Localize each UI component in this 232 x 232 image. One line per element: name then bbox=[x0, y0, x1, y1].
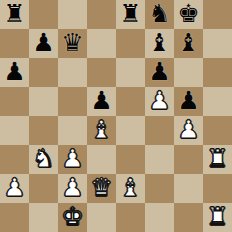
square-a1[interactable] bbox=[0, 203, 29, 232]
square-c6[interactable] bbox=[58, 58, 87, 87]
square-a5[interactable] bbox=[0, 87, 29, 116]
square-g6[interactable] bbox=[174, 58, 203, 87]
square-g8[interactable]: ♚ bbox=[174, 0, 203, 29]
square-d8[interactable] bbox=[87, 0, 116, 29]
black-king[interactable]: ♚ bbox=[177, 0, 199, 28]
square-c8[interactable] bbox=[58, 0, 87, 29]
square-h1[interactable]: ♜ bbox=[203, 203, 232, 232]
square-c3[interactable]: ♟ bbox=[58, 145, 87, 174]
square-f2[interactable] bbox=[145, 174, 174, 203]
square-f4[interactable] bbox=[145, 116, 174, 145]
square-b8[interactable] bbox=[29, 0, 58, 29]
white-pawn[interactable]: ♟ bbox=[3, 174, 25, 202]
square-b5[interactable] bbox=[29, 87, 58, 116]
white-king[interactable]: ♚ bbox=[61, 203, 83, 231]
black-pawn[interactable]: ♟ bbox=[177, 87, 199, 115]
square-d2[interactable]: ♛ bbox=[87, 174, 116, 203]
square-b6[interactable] bbox=[29, 58, 58, 87]
black-pawn[interactable]: ♟ bbox=[3, 58, 25, 86]
square-d5[interactable]: ♟ bbox=[87, 87, 116, 116]
square-h2[interactable] bbox=[203, 174, 232, 203]
square-b1[interactable] bbox=[29, 203, 58, 232]
square-g4[interactable]: ♟ bbox=[174, 116, 203, 145]
square-c7[interactable]: ♛ bbox=[58, 29, 87, 58]
square-h6[interactable] bbox=[203, 58, 232, 87]
square-f7[interactable]: ♝ bbox=[145, 29, 174, 58]
white-pawn[interactable]: ♟ bbox=[148, 87, 170, 115]
square-a6[interactable]: ♟ bbox=[0, 58, 29, 87]
square-a4[interactable] bbox=[0, 116, 29, 145]
square-b7[interactable]: ♟ bbox=[29, 29, 58, 58]
chess-board: ♜ ♜ ♞ ♚ ♟ ♛ ♝ ♝ ♟ ♟ ♟ ♟ ♟ ♝ ♟ ♞ ♟ ♜ ♟ ♟ … bbox=[0, 0, 232, 232]
square-g5[interactable]: ♟ bbox=[174, 87, 203, 116]
square-f1[interactable] bbox=[145, 203, 174, 232]
black-bishop[interactable]: ♝ bbox=[148, 29, 170, 57]
white-rook[interactable]: ♜ bbox=[206, 145, 228, 173]
square-a7[interactable] bbox=[0, 29, 29, 58]
square-e4[interactable] bbox=[116, 116, 145, 145]
black-pawn[interactable]: ♟ bbox=[32, 29, 54, 57]
white-rook[interactable]: ♜ bbox=[206, 203, 228, 231]
square-c5[interactable] bbox=[58, 87, 87, 116]
square-c4[interactable] bbox=[58, 116, 87, 145]
square-g1[interactable] bbox=[174, 203, 203, 232]
square-d4[interactable]: ♝ bbox=[87, 116, 116, 145]
square-e6[interactable] bbox=[116, 58, 145, 87]
square-a2[interactable]: ♟ bbox=[0, 174, 29, 203]
square-c2[interactable]: ♟ bbox=[58, 174, 87, 203]
white-bishop[interactable]: ♝ bbox=[119, 174, 141, 202]
white-bishop[interactable]: ♝ bbox=[90, 116, 112, 144]
black-pawn[interactable]: ♟ bbox=[90, 87, 112, 115]
square-c1[interactable]: ♚ bbox=[58, 203, 87, 232]
square-h5[interactable] bbox=[203, 87, 232, 116]
black-bishop[interactable]: ♝ bbox=[177, 29, 199, 57]
square-h7[interactable] bbox=[203, 29, 232, 58]
square-a8[interactable]: ♜ bbox=[0, 0, 29, 29]
black-knight[interactable]: ♞ bbox=[148, 0, 170, 28]
square-e1[interactable] bbox=[116, 203, 145, 232]
square-e5[interactable] bbox=[116, 87, 145, 116]
square-e2[interactable]: ♝ bbox=[116, 174, 145, 203]
square-a3[interactable] bbox=[0, 145, 29, 174]
square-b4[interactable] bbox=[29, 116, 58, 145]
black-pawn[interactable]: ♟ bbox=[148, 58, 170, 86]
square-e7[interactable] bbox=[116, 29, 145, 58]
square-g3[interactable] bbox=[174, 145, 203, 174]
square-f5[interactable]: ♟ bbox=[145, 87, 174, 116]
white-pawn[interactable]: ♟ bbox=[61, 145, 83, 173]
square-e3[interactable] bbox=[116, 145, 145, 174]
black-queen[interactable]: ♛ bbox=[61, 29, 83, 57]
white-pawn[interactable]: ♟ bbox=[177, 116, 199, 144]
square-h4[interactable] bbox=[203, 116, 232, 145]
square-h3[interactable]: ♜ bbox=[203, 145, 232, 174]
square-e8[interactable]: ♜ bbox=[116, 0, 145, 29]
square-d3[interactable] bbox=[87, 145, 116, 174]
black-rook[interactable]: ♜ bbox=[119, 0, 141, 28]
square-b2[interactable] bbox=[29, 174, 58, 203]
white-queen[interactable]: ♛ bbox=[90, 174, 112, 202]
square-f8[interactable]: ♞ bbox=[145, 0, 174, 29]
square-f6[interactable]: ♟ bbox=[145, 58, 174, 87]
square-f3[interactable] bbox=[145, 145, 174, 174]
square-d1[interactable] bbox=[87, 203, 116, 232]
white-knight[interactable]: ♞ bbox=[32, 145, 54, 173]
square-g2[interactable] bbox=[174, 174, 203, 203]
square-g7[interactable]: ♝ bbox=[174, 29, 203, 58]
square-b3[interactable]: ♞ bbox=[29, 145, 58, 174]
square-d7[interactable] bbox=[87, 29, 116, 58]
square-d6[interactable] bbox=[87, 58, 116, 87]
black-rook[interactable]: ♜ bbox=[3, 0, 25, 28]
white-pawn[interactable]: ♟ bbox=[61, 174, 83, 202]
square-h8[interactable] bbox=[203, 0, 232, 29]
